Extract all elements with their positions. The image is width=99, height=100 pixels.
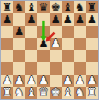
square-b6[interactable]: ♟ [13, 26, 25, 38]
square-e7[interactable]: ♟ [50, 13, 62, 25]
piece-black-pawn: ♟ [63, 13, 73, 24]
square-h7[interactable]: ♟ [86, 13, 98, 25]
piece-black-knight: ♞ [75, 1, 85, 12]
square-g6[interactable] [74, 26, 86, 38]
square-e8[interactable]: ♚ [50, 1, 62, 13]
square-a5[interactable] [1, 38, 13, 50]
square-g3[interactable] [74, 62, 86, 74]
square-g5[interactable] [74, 38, 86, 50]
square-h2[interactable]: ♟ [86, 75, 98, 87]
square-h3[interactable] [86, 62, 98, 74]
piece-black-pawn: ♟ [87, 13, 97, 24]
square-h4[interactable] [86, 50, 98, 62]
square-f5[interactable] [62, 38, 74, 50]
square-f6[interactable] [62, 26, 74, 38]
square-a6[interactable] [1, 26, 13, 38]
square-g8[interactable]: ♞ [74, 1, 86, 13]
square-a2[interactable]: ♟ [1, 75, 13, 87]
piece-black-bishop: ♝ [63, 1, 73, 12]
piece-black-pawn: ♟ [14, 26, 24, 37]
square-h5[interactable] [86, 38, 98, 50]
square-b1[interactable]: ♞ [13, 87, 25, 99]
square-c1[interactable]: ♝ [25, 87, 37, 99]
piece-black-pawn: ♟ [26, 13, 36, 24]
square-d8[interactable]: ♛ [37, 1, 49, 13]
piece-white-pawn: ♟ [14, 75, 24, 86]
piece-white-pawn: ♟ [63, 75, 73, 86]
square-g4[interactable] [74, 50, 86, 62]
square-a4[interactable] [1, 50, 13, 62]
square-e2[interactable] [50, 75, 62, 87]
chess-app: ♜♞♝♛♚♝♞♜♟♟♟♟♟♟♟♟♟♟♟♟♟♟♟♟♜♞♝♛♚♝♞♜ [0, 0, 99, 100]
piece-black-pawn: ♟ [51, 13, 61, 24]
piece-black-knight: ♞ [14, 1, 24, 12]
square-h8[interactable]: ♜ [86, 1, 98, 13]
piece-black-king: ♚ [51, 1, 61, 12]
piece-white-pawn: ♟ [51, 38, 61, 49]
piece-white-pawn: ♟ [2, 75, 12, 86]
square-e4[interactable] [50, 50, 62, 62]
square-f8[interactable]: ♝ [62, 1, 74, 13]
square-e6[interactable] [50, 26, 62, 38]
square-d5[interactable]: ♟ [37, 38, 49, 50]
square-h1[interactable]: ♜ [86, 87, 98, 99]
piece-white-bishop: ♝ [63, 87, 73, 98]
piece-white-king: ♚ [51, 87, 61, 98]
square-d1[interactable]: ♛ [37, 87, 49, 99]
square-c2[interactable]: ♟ [25, 75, 37, 87]
square-c7[interactable]: ♟ [25, 13, 37, 25]
piece-black-pawn: ♟ [39, 38, 49, 49]
piece-black-pawn: ♟ [2, 13, 12, 24]
square-f7[interactable]: ♟ [62, 13, 74, 25]
square-d3[interactable] [37, 62, 49, 74]
square-b7[interactable] [13, 13, 25, 25]
square-f2[interactable]: ♟ [62, 75, 74, 87]
square-a7[interactable]: ♟ [1, 13, 13, 25]
square-d2[interactable]: ♟ [37, 75, 49, 87]
square-e3[interactable] [50, 62, 62, 74]
piece-white-queen: ♛ [39, 87, 49, 98]
piece-white-pawn: ♟ [26, 75, 36, 86]
square-c3[interactable] [25, 62, 37, 74]
square-h6[interactable] [86, 26, 98, 38]
piece-black-rook: ♜ [87, 1, 97, 12]
piece-white-pawn: ♟ [75, 75, 85, 86]
square-c6[interactable] [25, 26, 37, 38]
square-f4[interactable] [62, 50, 74, 62]
square-b8[interactable]: ♞ [13, 1, 25, 13]
square-b3[interactable] [13, 62, 25, 74]
square-g2[interactable]: ♟ [74, 75, 86, 87]
piece-black-queen: ♛ [39, 1, 49, 12]
square-c4[interactable] [25, 50, 37, 62]
square-b5[interactable] [13, 38, 25, 50]
square-a1[interactable]: ♜ [1, 87, 13, 99]
square-a8[interactable]: ♜ [1, 1, 13, 13]
square-f1[interactable]: ♝ [62, 87, 74, 99]
piece-white-pawn: ♟ [87, 75, 97, 86]
square-b4[interactable] [13, 50, 25, 62]
piece-white-knight: ♞ [75, 87, 85, 98]
square-f3[interactable] [62, 62, 74, 74]
piece-black-pawn: ♟ [75, 13, 85, 24]
square-e1[interactable]: ♚ [50, 87, 62, 99]
square-d6[interactable] [37, 26, 49, 38]
piece-white-pawn: ♟ [39, 75, 49, 86]
square-d7[interactable] [37, 13, 49, 25]
square-g7[interactable]: ♟ [74, 13, 86, 25]
square-a3[interactable] [1, 62, 13, 74]
square-c8[interactable]: ♝ [25, 1, 37, 13]
piece-white-rook: ♜ [87, 87, 97, 98]
piece-black-rook: ♜ [2, 1, 12, 12]
piece-white-rook: ♜ [2, 87, 12, 98]
piece-white-knight: ♞ [14, 87, 24, 98]
square-e5[interactable]: ♟ [50, 38, 62, 50]
piece-white-bishop: ♝ [26, 87, 36, 98]
square-g1[interactable]: ♞ [74, 87, 86, 99]
piece-black-bishop: ♝ [26, 1, 36, 12]
square-d4[interactable] [37, 50, 49, 62]
square-c5[interactable] [25, 38, 37, 50]
chess-board: ♜♞♝♛♚♝♞♜♟♟♟♟♟♟♟♟♟♟♟♟♟♟♟♟♜♞♝♛♚♝♞♜ [0, 0, 99, 100]
square-b2[interactable]: ♟ [13, 75, 25, 87]
